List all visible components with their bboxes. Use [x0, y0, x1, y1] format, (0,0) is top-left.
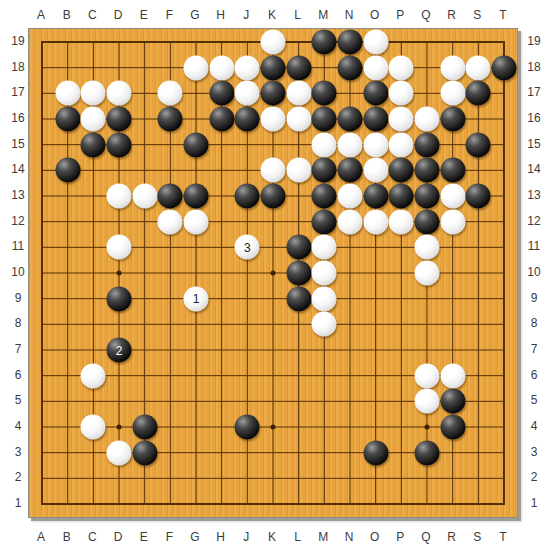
black-stone-M14 [312, 158, 337, 183]
white-stone-Q6 [415, 363, 440, 388]
col-label-top: K [268, 9, 276, 21]
black-stone-K17 [261, 81, 286, 106]
col-label-top: T [499, 9, 506, 21]
col-label-bottom: E [140, 531, 148, 543]
black-stone-H17 [209, 81, 234, 106]
row-label-right: 17 [527, 86, 540, 98]
row-label-left: 12 [11, 215, 24, 227]
white-stone-M10 [312, 261, 337, 286]
black-stone-R4 [440, 415, 465, 440]
row-label-left: 11 [12, 240, 24, 252]
white-stone-L14 [286, 158, 311, 183]
white-stone-G18 [184, 55, 209, 80]
row-label-left: 16 [11, 112, 24, 124]
row-label-right: 9 [531, 292, 538, 304]
row-label-right: 10 [527, 266, 540, 278]
black-stone-O13 [363, 184, 388, 209]
row-label-right: 15 [527, 138, 540, 150]
black-stone-M13 [312, 184, 337, 209]
black-stone-Q14 [415, 158, 440, 183]
row-label-right: 13 [527, 189, 540, 201]
black-stone-E4 [132, 415, 157, 440]
white-stone-P16 [389, 107, 414, 132]
row-label-right: 19 [527, 35, 540, 47]
white-stone-R6 [440, 363, 465, 388]
black-stone-K13 [261, 184, 286, 209]
col-label-bottom: H [216, 531, 225, 543]
row-label-right: 12 [527, 215, 540, 227]
row-label-right: 1 [531, 497, 538, 509]
col-label-bottom: F [166, 531, 173, 543]
white-stone-D11 [107, 235, 132, 260]
row-label-left: 8 [15, 317, 22, 329]
row-label-left: 18 [11, 61, 24, 73]
row-label-right: 18 [527, 61, 540, 73]
black-stone-E3 [132, 440, 157, 465]
white-stone-Q11 [415, 235, 440, 260]
black-stone-D9 [107, 286, 132, 311]
white-stone-D13 [107, 184, 132, 209]
star-point [117, 425, 122, 430]
white-stone-J18 [235, 55, 260, 80]
go-board[interactable]: 312 [28, 28, 518, 518]
col-label-bottom: R [447, 531, 456, 543]
col-label-top: G [190, 9, 199, 21]
col-label-top: S [473, 9, 481, 21]
col-label-top: J [243, 9, 249, 21]
black-stone-Q3 [415, 440, 440, 465]
star-point [425, 425, 430, 430]
col-label-bottom: J [243, 531, 249, 543]
col-label-bottom: N [345, 531, 354, 543]
black-stone-M16 [312, 107, 337, 132]
black-stone-G13 [184, 184, 209, 209]
black-stone-P14 [389, 158, 414, 183]
white-stone-K14 [261, 158, 286, 183]
col-label-top: A [37, 9, 45, 21]
black-stone-T18 [492, 55, 517, 80]
white-stone-D3 [107, 440, 132, 465]
row-label-left: 6 [15, 369, 22, 381]
row-label-left: 9 [15, 292, 22, 304]
col-label-top: O [370, 9, 379, 21]
white-stone-K19 [261, 30, 286, 55]
move-number-label: 2 [116, 344, 123, 356]
white-stone-F17 [158, 81, 183, 106]
white-stone-M9 [312, 286, 337, 311]
black-stone-L18 [286, 55, 311, 80]
go-board-diagram: 312 AABBCCDDEEFFGGHHJJKKLLMMNNOOPPQQRRSS… [0, 0, 550, 550]
move-number-label: 1 [193, 293, 200, 305]
white-stone-P15 [389, 132, 414, 157]
col-label-bottom: T [499, 531, 506, 543]
star-point [271, 425, 276, 430]
black-stone-M12 [312, 209, 337, 234]
black-stone-Q15 [415, 132, 440, 157]
black-stone-Q12 [415, 209, 440, 234]
white-stone-N13 [338, 184, 363, 209]
black-stone-K18 [261, 55, 286, 80]
row-label-right: 14 [527, 163, 540, 175]
col-label-top: M [318, 9, 328, 21]
col-label-top: P [396, 9, 404, 21]
row-label-right: 6 [531, 369, 538, 381]
black-stone-R14 [440, 158, 465, 183]
black-stone-N16 [338, 107, 363, 132]
black-stone-F13 [158, 184, 183, 209]
white-stone-O12 [363, 209, 388, 234]
black-stone-M17 [312, 81, 337, 106]
col-label-bottom: Q [421, 531, 430, 543]
row-label-left: 14 [11, 163, 24, 175]
row-label-left: 13 [11, 189, 24, 201]
white-stone-E13 [132, 184, 157, 209]
white-stone-G12 [184, 209, 209, 234]
white-stone-L17 [286, 81, 311, 106]
black-stone-G15 [184, 132, 209, 157]
white-stone-P17 [389, 81, 414, 106]
black-stone-F16 [158, 107, 183, 132]
black-stone-O17 [363, 81, 388, 106]
black-stone-L10 [286, 261, 311, 286]
move-number-label: 3 [244, 241, 251, 253]
white-stone-Q16 [415, 107, 440, 132]
row-label-right: 8 [531, 317, 538, 329]
row-label-left: 5 [15, 394, 22, 406]
black-stone-J16 [235, 107, 260, 132]
col-label-top: N [345, 9, 354, 21]
white-stone-J11: 3 [235, 235, 260, 260]
col-label-bottom: G [190, 531, 199, 543]
white-stone-G9: 1 [184, 286, 209, 311]
white-stone-O19 [363, 30, 388, 55]
row-label-left: 3 [15, 446, 22, 458]
row-label-left: 4 [15, 420, 22, 432]
col-label-top: D [114, 9, 123, 21]
col-label-top: L [294, 9, 301, 21]
row-label-left: 2 [15, 471, 22, 483]
white-stone-C17 [81, 81, 106, 106]
black-stone-H16 [209, 107, 234, 132]
black-stone-Q13 [415, 184, 440, 209]
col-label-bottom: L [294, 531, 301, 543]
white-stone-M11 [312, 235, 337, 260]
black-stone-D15 [107, 132, 132, 157]
col-label-top: C [88, 9, 97, 21]
star-point [117, 271, 122, 276]
white-stone-J17 [235, 81, 260, 106]
white-stone-H18 [209, 55, 234, 80]
row-label-left: 17 [11, 86, 24, 98]
row-label-right: 3 [531, 446, 538, 458]
col-label-top: Q [421, 9, 430, 21]
black-stone-B14 [55, 158, 80, 183]
black-stone-M19 [312, 30, 337, 55]
col-label-bottom: O [370, 531, 379, 543]
col-label-bottom: K [268, 531, 276, 543]
row-label-left: 10 [11, 266, 24, 278]
row-label-left: 7 [15, 343, 22, 355]
star-point [271, 271, 276, 276]
col-label-bottom: D [114, 531, 123, 543]
black-stone-J13 [235, 184, 260, 209]
black-stone-C15 [81, 132, 106, 157]
white-stone-Q10 [415, 261, 440, 286]
white-stone-P12 [389, 209, 414, 234]
white-stone-N12 [338, 209, 363, 234]
black-stone-N14 [338, 158, 363, 183]
white-stone-C4 [81, 415, 106, 440]
row-label-right: 16 [527, 112, 540, 124]
black-stone-L11 [286, 235, 311, 260]
white-stone-O14 [363, 158, 388, 183]
col-label-bottom: S [473, 531, 481, 543]
white-stone-C16 [81, 107, 106, 132]
col-label-bottom: C [88, 531, 97, 543]
black-stone-S17 [466, 81, 491, 106]
white-stone-B17 [55, 81, 80, 106]
col-label-bottom: P [396, 531, 404, 543]
black-stone-J4 [235, 415, 260, 440]
col-label-bottom: B [63, 531, 71, 543]
black-stone-L9 [286, 286, 311, 311]
black-stone-S13 [466, 184, 491, 209]
black-stone-S15 [466, 132, 491, 157]
white-stone-R17 [440, 81, 465, 106]
col-label-top: H [216, 9, 225, 21]
col-label-top: E [140, 9, 148, 21]
row-label-right: 2 [531, 471, 538, 483]
white-stone-C6 [81, 363, 106, 388]
black-stone-D7: 2 [107, 338, 132, 363]
row-label-right: 5 [531, 394, 538, 406]
black-stone-R16 [440, 107, 465, 132]
col-label-bottom: M [318, 531, 328, 543]
white-stone-R13 [440, 184, 465, 209]
white-stone-R12 [440, 209, 465, 234]
white-stone-F12 [158, 209, 183, 234]
black-stone-N19 [338, 30, 363, 55]
row-label-right: 4 [531, 420, 538, 432]
row-label-right: 11 [528, 240, 540, 252]
black-stone-D16 [107, 107, 132, 132]
white-stone-Q5 [415, 389, 440, 414]
white-stone-M15 [312, 132, 337, 157]
white-stone-O15 [363, 132, 388, 157]
black-stone-O16 [363, 107, 388, 132]
row-label-left: 1 [15, 497, 22, 509]
white-stone-R18 [440, 55, 465, 80]
col-label-top: R [447, 9, 456, 21]
white-stone-L16 [286, 107, 311, 132]
white-stone-D17 [107, 81, 132, 106]
white-stone-N15 [338, 132, 363, 157]
black-stone-B16 [55, 107, 80, 132]
col-label-top: F [166, 9, 173, 21]
black-stone-N18 [338, 55, 363, 80]
black-stone-O3 [363, 440, 388, 465]
black-stone-R5 [440, 389, 465, 414]
white-stone-O18 [363, 55, 388, 80]
white-stone-P18 [389, 55, 414, 80]
white-stone-M8 [312, 312, 337, 337]
row-label-left: 19 [11, 35, 24, 47]
white-stone-S18 [466, 55, 491, 80]
white-stone-K16 [261, 107, 286, 132]
col-label-top: B [63, 9, 71, 21]
row-label-left: 15 [11, 138, 24, 150]
row-label-right: 7 [531, 343, 538, 355]
col-label-bottom: A [37, 531, 45, 543]
black-stone-P13 [389, 184, 414, 209]
